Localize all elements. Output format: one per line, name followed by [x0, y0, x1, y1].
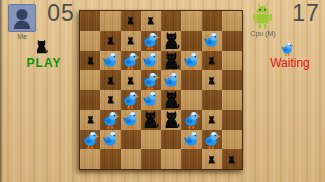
board-cell[interactable]	[80, 70, 100, 90]
board-cell[interactable]	[222, 110, 242, 130]
board-cell[interactable]	[202, 70, 222, 90]
cpu-score: 17	[290, 0, 322, 27]
small-cat-marker[interactable]	[227, 155, 236, 164]
board-cell[interactable]	[161, 11, 181, 31]
small-cat-marker[interactable]	[207, 56, 216, 65]
screen-edge-shadow	[0, 0, 3, 182]
board-cell[interactable]	[100, 110, 120, 130]
mouse-piece[interactable]	[141, 71, 160, 90]
board-cell[interactable]	[161, 110, 181, 130]
board-cell[interactable]	[141, 51, 161, 71]
board-cell[interactable]	[100, 130, 120, 150]
mouse-piece[interactable]	[162, 71, 181, 90]
big-cat-piece[interactable]	[141, 110, 160, 129]
board-cell[interactable]	[121, 51, 141, 71]
board-cell[interactable]	[121, 130, 141, 150]
small-cat-marker[interactable]	[126, 76, 135, 85]
board-cell[interactable]	[181, 90, 201, 110]
board-cell[interactable]	[181, 51, 201, 71]
board-cell[interactable]	[222, 11, 242, 31]
small-cat-marker[interactable]	[207, 155, 216, 164]
android-robot-icon	[249, 3, 276, 30]
board-cell[interactable]	[222, 51, 242, 71]
board-cell[interactable]	[141, 70, 161, 90]
board-cell[interactable]	[161, 51, 181, 71]
board-cell[interactable]	[181, 130, 201, 150]
mouse-piece[interactable]	[141, 51, 160, 70]
mouse-piece[interactable]	[121, 110, 140, 129]
board-cell[interactable]	[222, 31, 242, 51]
mouse-piece[interactable]	[101, 51, 120, 70]
board-cell[interactable]	[121, 70, 141, 90]
board-cell[interactable]	[181, 31, 201, 51]
board-cell[interactable]	[121, 149, 141, 169]
board-cell[interactable]	[141, 149, 161, 169]
bird-icon	[280, 41, 295, 56]
mouse-piece[interactable]	[182, 130, 201, 149]
board-cell[interactable]	[222, 70, 242, 90]
big-cat-piece[interactable]	[162, 31, 181, 50]
mouse-piece[interactable]	[81, 130, 100, 149]
mouse-piece[interactable]	[202, 130, 221, 149]
player-avatar-icon	[8, 4, 36, 32]
board-cell[interactable]	[161, 90, 181, 110]
board-cell[interactable]	[141, 31, 161, 51]
board-cell[interactable]	[181, 11, 201, 31]
board-cell[interactable]	[100, 90, 120, 110]
mouse-piece[interactable]	[121, 90, 140, 109]
board-cell[interactable]	[121, 90, 141, 110]
board-cell[interactable]	[80, 11, 100, 31]
game-screen: Me 05 PLAY	[0, 0, 325, 182]
small-cat-marker[interactable]	[86, 115, 95, 124]
board-cell[interactable]	[181, 110, 201, 130]
board-cell[interactable]	[141, 11, 161, 31]
board-cell[interactable]	[202, 149, 222, 169]
board-cell[interactable]	[161, 70, 181, 90]
game-board[interactable]	[79, 10, 243, 170]
board-cell[interactable]	[161, 130, 181, 150]
board-cell[interactable]	[202, 51, 222, 71]
board-cell[interactable]	[161, 149, 181, 169]
board-cell[interactable]	[202, 11, 222, 31]
board-cell[interactable]	[222, 90, 242, 110]
board-cell[interactable]	[141, 130, 161, 150]
board-cell[interactable]	[100, 11, 120, 31]
mouse-piece[interactable]	[202, 31, 221, 50]
board-cell[interactable]	[161, 31, 181, 51]
turn-status-cpu: Waiting	[255, 56, 325, 70]
mouse-piece[interactable]	[141, 31, 160, 50]
mouse-piece[interactable]	[182, 51, 201, 70]
mouse-piece[interactable]	[182, 110, 201, 129]
big-cat-piece[interactable]	[162, 90, 181, 109]
board-cell[interactable]	[80, 130, 100, 150]
turn-status-me: PLAY	[9, 56, 79, 70]
board-cell[interactable]	[80, 149, 100, 169]
board-cell[interactable]	[202, 110, 222, 130]
mouse-piece[interactable]	[101, 130, 120, 149]
board-cell[interactable]	[181, 70, 201, 90]
big-cat-piece[interactable]	[162, 110, 181, 129]
small-cat-marker[interactable]	[126, 16, 135, 25]
board-cell[interactable]	[121, 31, 141, 51]
board-cell[interactable]	[80, 51, 100, 71]
board-cell[interactable]	[80, 110, 100, 130]
small-cat-marker[interactable]	[106, 36, 115, 45]
big-cat-piece[interactable]	[162, 51, 181, 70]
mouse-piece[interactable]	[141, 90, 160, 109]
board-cell[interactable]	[80, 90, 100, 110]
board-cell[interactable]	[100, 149, 120, 169]
mouse-piece[interactable]	[101, 110, 120, 129]
board-cell[interactable]	[141, 110, 161, 130]
board-cell[interactable]	[222, 130, 242, 150]
board-cell[interactable]	[202, 90, 222, 110]
board-cell[interactable]	[100, 31, 120, 51]
board-cell[interactable]	[100, 70, 120, 90]
small-cat-marker[interactable]	[207, 76, 216, 85]
mouse-piece[interactable]	[121, 51, 140, 70]
player-score: 05	[45, 0, 77, 27]
cpu-name: Cpu (M)	[241, 30, 285, 37]
small-cat-marker[interactable]	[86, 56, 95, 65]
board-cell[interactable]	[202, 130, 222, 150]
board-cell[interactable]	[202, 31, 222, 51]
board-cell[interactable]	[80, 31, 100, 51]
board-cell[interactable]	[222, 149, 242, 169]
small-cat-marker[interactable]	[207, 115, 216, 124]
board-cell[interactable]	[181, 149, 201, 169]
small-cat-marker[interactable]	[106, 76, 115, 85]
small-cat-marker[interactable]	[106, 95, 115, 104]
board-cell[interactable]	[100, 51, 120, 71]
cat-icon	[34, 39, 49, 54]
board-cell[interactable]	[121, 110, 141, 130]
board-cell[interactable]	[121, 11, 141, 31]
board-cell[interactable]	[141, 90, 161, 110]
small-cat-marker[interactable]	[146, 16, 155, 25]
player-name: Me	[8, 33, 36, 40]
small-cat-marker[interactable]	[126, 36, 135, 45]
